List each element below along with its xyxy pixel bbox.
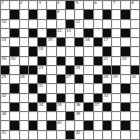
white-cell[interactable] (10, 75, 18, 83)
white-cell[interactable] (47, 94, 55, 102)
clue-number: 32 (2, 94, 7, 98)
white-cell[interactable]: 31 (38, 84, 46, 92)
white-cell[interactable] (57, 47, 65, 55)
clue-number: 18 (39, 47, 44, 51)
white-cell[interactable] (84, 94, 92, 102)
white-cell[interactable]: 16 (84, 38, 92, 46)
white-cell[interactable] (47, 47, 55, 55)
white-cell[interactable] (66, 103, 74, 111)
white-cell[interactable] (75, 10, 83, 18)
white-cell[interactable] (103, 20, 111, 28)
clue-number: 6 (94, 1, 96, 5)
crossword-board: 1234567891011121314151617181920212223242… (0, 0, 140, 140)
clue-number: 11 (76, 20, 81, 24)
black-cell (10, 10, 18, 18)
clue-number: 16 (85, 38, 90, 42)
white-cell[interactable] (66, 84, 74, 92)
white-cell[interactable] (10, 66, 18, 74)
white-cell[interactable]: 9 (57, 10, 65, 18)
white-cell[interactable]: 26 (20, 75, 28, 83)
white-cell[interactable] (38, 10, 46, 18)
white-cell[interactable]: 17 (103, 38, 111, 46)
white-cell[interactable] (10, 112, 18, 120)
white-cell[interactable] (47, 131, 55, 139)
black-cell (29, 103, 37, 111)
white-cell[interactable] (112, 121, 120, 129)
white-cell[interactable] (94, 20, 102, 28)
white-cell[interactable] (131, 38, 139, 46)
clue-number: 20 (11, 57, 16, 61)
white-cell[interactable] (121, 75, 129, 83)
white-cell[interactable] (131, 94, 139, 102)
black-cell (57, 94, 65, 102)
white-cell[interactable] (112, 94, 120, 102)
white-cell[interactable] (38, 112, 46, 120)
white-cell[interactable] (29, 112, 37, 120)
white-cell[interactable] (20, 38, 28, 46)
black-cell (66, 66, 74, 74)
white-cell[interactable] (75, 47, 83, 55)
white-cell[interactable] (57, 66, 65, 74)
white-cell[interactable] (47, 112, 55, 120)
white-cell[interactable] (131, 121, 139, 129)
white-cell[interactable]: 23 (38, 66, 46, 74)
black-cell (131, 66, 139, 74)
white-cell[interactable]: 6 (94, 1, 102, 9)
clue-number: 4 (57, 1, 59, 5)
white-cell[interactable]: 34 (38, 103, 46, 111)
black-cell (94, 38, 102, 46)
white-cell[interactable]: 37 (94, 103, 102, 111)
white-cell[interactable] (20, 10, 28, 18)
white-cell[interactable] (112, 131, 120, 139)
white-cell[interactable]: 28 (103, 75, 111, 83)
black-cell (121, 10, 129, 18)
black-cell (66, 1, 74, 9)
white-cell[interactable] (131, 10, 139, 18)
clue-number: 28 (103, 75, 108, 79)
white-cell[interactable] (94, 84, 102, 92)
black-cell (103, 103, 111, 111)
clue-number: 40 (57, 121, 62, 125)
white-cell[interactable] (121, 20, 129, 28)
white-cell[interactable] (10, 94, 18, 102)
black-cell (121, 103, 129, 111)
white-cell[interactable] (75, 29, 83, 37)
clue-number: 42 (76, 131, 81, 135)
white-cell[interactable] (57, 131, 65, 139)
white-cell[interactable]: 25 (1, 75, 9, 83)
white-cell[interactable]: 12 (57, 29, 65, 37)
clue-number: 35 (57, 103, 62, 107)
white-cell[interactable]: 13 (66, 29, 74, 37)
clue-number: 25 (2, 75, 7, 79)
white-cell[interactable] (1, 29, 9, 37)
white-cell[interactable] (94, 131, 102, 139)
clue-number: 9 (57, 10, 59, 14)
white-cell[interactable] (1, 10, 9, 18)
white-cell[interactable] (121, 38, 129, 46)
white-cell[interactable]: 19 (1, 57, 9, 65)
white-cell[interactable] (66, 47, 74, 55)
white-cell[interactable] (84, 57, 92, 65)
clue-number: 3 (39, 1, 41, 5)
white-cell[interactable] (10, 20, 18, 28)
white-cell[interactable] (112, 10, 120, 18)
black-cell (47, 103, 55, 111)
clue-number: 37 (94, 103, 99, 107)
white-cell[interactable] (112, 57, 120, 65)
white-cell[interactable]: 10 (1, 20, 9, 28)
white-cell[interactable]: 27 (66, 75, 74, 83)
white-cell[interactable]: 3 (38, 1, 46, 9)
white-cell[interactable] (84, 131, 92, 139)
white-cell[interactable]: 4 (57, 1, 65, 9)
white-cell[interactable]: 20 (10, 57, 18, 65)
white-cell[interactable] (47, 1, 55, 9)
white-cell[interactable]: 30 (131, 75, 139, 83)
white-cell[interactable] (1, 47, 9, 55)
black-cell (38, 75, 46, 83)
clue-number: 19 (2, 57, 7, 61)
black-cell (66, 112, 74, 120)
black-cell (75, 75, 83, 83)
white-cell[interactable] (131, 29, 139, 37)
white-cell[interactable]: 36 (75, 103, 83, 111)
white-cell[interactable] (75, 121, 83, 129)
clue-number: 23 (39, 66, 44, 70)
clue-number: 36 (76, 103, 81, 107)
white-cell[interactable] (94, 121, 102, 129)
black-cell (29, 10, 37, 18)
black-cell (57, 75, 65, 83)
black-cell (84, 10, 92, 18)
white-cell[interactable] (84, 66, 92, 74)
white-cell[interactable]: 35 (57, 103, 65, 111)
white-cell[interactable]: 1 (1, 1, 9, 9)
white-cell[interactable] (1, 84, 9, 92)
white-cell[interactable] (57, 20, 65, 28)
black-cell (20, 66, 28, 74)
white-cell[interactable]: 24 (75, 66, 83, 74)
white-cell[interactable] (38, 20, 46, 28)
white-cell[interactable]: 21 (103, 57, 111, 65)
white-cell[interactable] (131, 131, 139, 139)
black-cell (29, 121, 37, 129)
white-cell[interactable] (66, 38, 74, 46)
black-cell (94, 94, 102, 102)
white-cell[interactable] (131, 47, 139, 55)
white-cell[interactable] (66, 94, 74, 102)
white-cell[interactable] (57, 112, 65, 120)
white-cell[interactable]: 7 (112, 1, 120, 9)
black-cell (29, 29, 37, 37)
white-cell[interactable] (20, 57, 28, 65)
black-cell (66, 131, 74, 139)
black-cell (57, 57, 65, 65)
white-cell[interactable] (20, 84, 28, 92)
white-cell[interactable] (57, 84, 65, 92)
white-cell[interactable] (20, 112, 28, 120)
clue-number: 12 (57, 29, 62, 33)
white-cell[interactable] (112, 47, 120, 55)
white-cell[interactable] (20, 29, 28, 37)
black-cell (66, 20, 74, 28)
black-cell (38, 94, 46, 102)
white-cell[interactable] (29, 57, 37, 65)
white-cell[interactable] (112, 112, 120, 120)
clue-number: 26 (20, 75, 25, 79)
black-cell (84, 121, 92, 129)
white-cell[interactable] (29, 38, 37, 46)
white-cell[interactable]: 2 (20, 1, 28, 9)
black-cell (47, 29, 55, 37)
clue-number: 21 (103, 57, 108, 61)
black-cell (10, 29, 18, 37)
white-cell[interactable]: 38 (1, 112, 9, 120)
black-cell (121, 29, 129, 37)
black-cell (121, 84, 129, 92)
black-cell (84, 103, 92, 111)
clue-number: 39 (76, 112, 81, 116)
white-cell[interactable] (38, 121, 46, 129)
white-cell[interactable]: 42 (75, 131, 83, 139)
white-cell[interactable] (94, 29, 102, 37)
white-cell[interactable]: 18 (38, 47, 46, 55)
black-cell (10, 47, 18, 55)
white-cell[interactable] (29, 131, 37, 139)
clue-number: 13 (66, 29, 71, 33)
black-cell (103, 66, 111, 74)
black-cell (94, 75, 102, 83)
white-cell[interactable] (29, 20, 37, 28)
white-cell[interactable] (84, 20, 92, 28)
black-cell (38, 38, 46, 46)
white-cell[interactable]: 40 (57, 121, 65, 129)
black-cell (75, 38, 83, 46)
white-cell[interactable] (20, 121, 28, 129)
black-cell (75, 57, 83, 65)
clue-number: 2 (20, 1, 22, 5)
white-cell[interactable] (94, 47, 102, 55)
black-cell (103, 10, 111, 18)
white-cell[interactable] (38, 131, 46, 139)
white-cell[interactable] (131, 20, 139, 28)
black-cell (29, 66, 37, 74)
clue-number: 8 (131, 1, 133, 5)
white-cell[interactable] (20, 94, 28, 102)
white-cell[interactable] (112, 84, 120, 92)
white-cell[interactable] (131, 112, 139, 120)
clue-number: 27 (66, 75, 71, 79)
clue-number: 34 (39, 103, 44, 107)
white-cell[interactable] (20, 47, 28, 55)
black-cell (84, 29, 92, 37)
black-cell (112, 66, 120, 74)
white-cell[interactable] (47, 84, 55, 92)
clue-number: 30 (131, 75, 136, 79)
black-cell (75, 94, 83, 102)
white-cell[interactable] (94, 10, 102, 18)
white-cell[interactable] (1, 103, 9, 111)
clue-number: 5 (76, 1, 78, 5)
black-cell (1, 66, 9, 74)
clue-number: 24 (76, 66, 81, 70)
white-cell[interactable] (38, 29, 46, 37)
black-cell (121, 121, 129, 129)
clue-number: 33 (103, 94, 108, 98)
clue-number: 17 (103, 38, 108, 42)
white-cell[interactable]: 32 (1, 94, 9, 102)
white-cell[interactable]: 33 (103, 94, 111, 102)
black-cell (10, 84, 18, 92)
white-cell[interactable] (103, 112, 111, 120)
white-cell[interactable] (10, 131, 18, 139)
white-cell[interactable] (75, 84, 83, 92)
white-cell[interactable] (112, 103, 120, 111)
clue-number: 7 (113, 1, 115, 5)
clue-number: 15 (48, 38, 53, 42)
white-cell[interactable]: 5 (75, 1, 83, 9)
black-cell (103, 29, 111, 37)
white-cell[interactable] (66, 121, 74, 129)
white-cell[interactable]: 15 (47, 38, 55, 46)
white-cell[interactable] (131, 57, 139, 65)
white-cell[interactable] (20, 103, 28, 111)
white-cell[interactable] (20, 131, 28, 139)
clue-number: 29 (113, 75, 118, 79)
black-cell (10, 121, 18, 129)
white-cell[interactable] (10, 1, 18, 9)
white-cell[interactable] (47, 66, 55, 74)
white-cell[interactable] (29, 94, 37, 102)
white-cell[interactable]: 11 (75, 20, 83, 28)
black-cell (10, 103, 18, 111)
black-cell (47, 121, 55, 129)
black-cell (103, 47, 111, 55)
white-cell[interactable] (112, 38, 120, 46)
white-cell[interactable] (112, 29, 120, 37)
white-cell[interactable] (66, 57, 74, 65)
white-cell[interactable] (131, 84, 139, 92)
white-cell[interactable] (20, 20, 28, 28)
clue-number: 10 (2, 20, 7, 24)
white-cell[interactable] (121, 131, 129, 139)
clue-number: 41 (2, 131, 7, 135)
black-cell (29, 84, 37, 92)
black-cell (94, 57, 102, 65)
white-cell[interactable] (121, 66, 129, 74)
white-cell[interactable] (1, 121, 9, 129)
white-cell[interactable]: 39 (75, 112, 83, 120)
black-cell (38, 57, 46, 65)
white-cell[interactable] (84, 75, 92, 83)
white-cell[interactable]: 22 (121, 57, 129, 65)
white-cell[interactable] (66, 10, 74, 18)
black-cell (57, 38, 65, 46)
white-cell[interactable] (94, 66, 102, 74)
white-cell[interactable] (84, 1, 92, 9)
white-cell[interactable]: 41 (1, 131, 9, 139)
white-cell[interactable] (29, 75, 37, 83)
white-cell[interactable]: 14 (1, 38, 9, 46)
white-cell[interactable]: 29 (112, 75, 120, 83)
white-cell[interactable] (131, 103, 139, 111)
clue-number: 31 (39, 84, 44, 88)
black-cell (103, 84, 111, 92)
white-cell[interactable] (103, 1, 111, 9)
white-cell[interactable] (47, 20, 55, 28)
white-cell[interactable] (84, 47, 92, 55)
clue-number: 22 (122, 57, 127, 61)
black-cell (29, 47, 37, 55)
white-cell[interactable] (121, 1, 129, 9)
white-cell[interactable] (121, 112, 129, 120)
white-cell[interactable] (112, 20, 120, 28)
white-cell[interactable] (103, 131, 111, 139)
white-cell[interactable] (94, 112, 102, 120)
white-cell[interactable] (84, 112, 92, 120)
white-cell[interactable] (84, 84, 92, 92)
clue-number: 38 (2, 112, 7, 116)
clue-number: 1 (2, 1, 4, 5)
white-cell[interactable] (47, 57, 55, 65)
white-cell[interactable] (10, 38, 18, 46)
black-cell (103, 121, 111, 129)
white-cell[interactable] (121, 94, 129, 102)
white-cell[interactable] (47, 75, 55, 83)
black-cell (47, 10, 55, 18)
clue-number: 14 (2, 38, 7, 42)
white-cell[interactable]: 8 (131, 1, 139, 9)
black-cell (121, 47, 129, 55)
white-cell[interactable] (29, 1, 37, 9)
